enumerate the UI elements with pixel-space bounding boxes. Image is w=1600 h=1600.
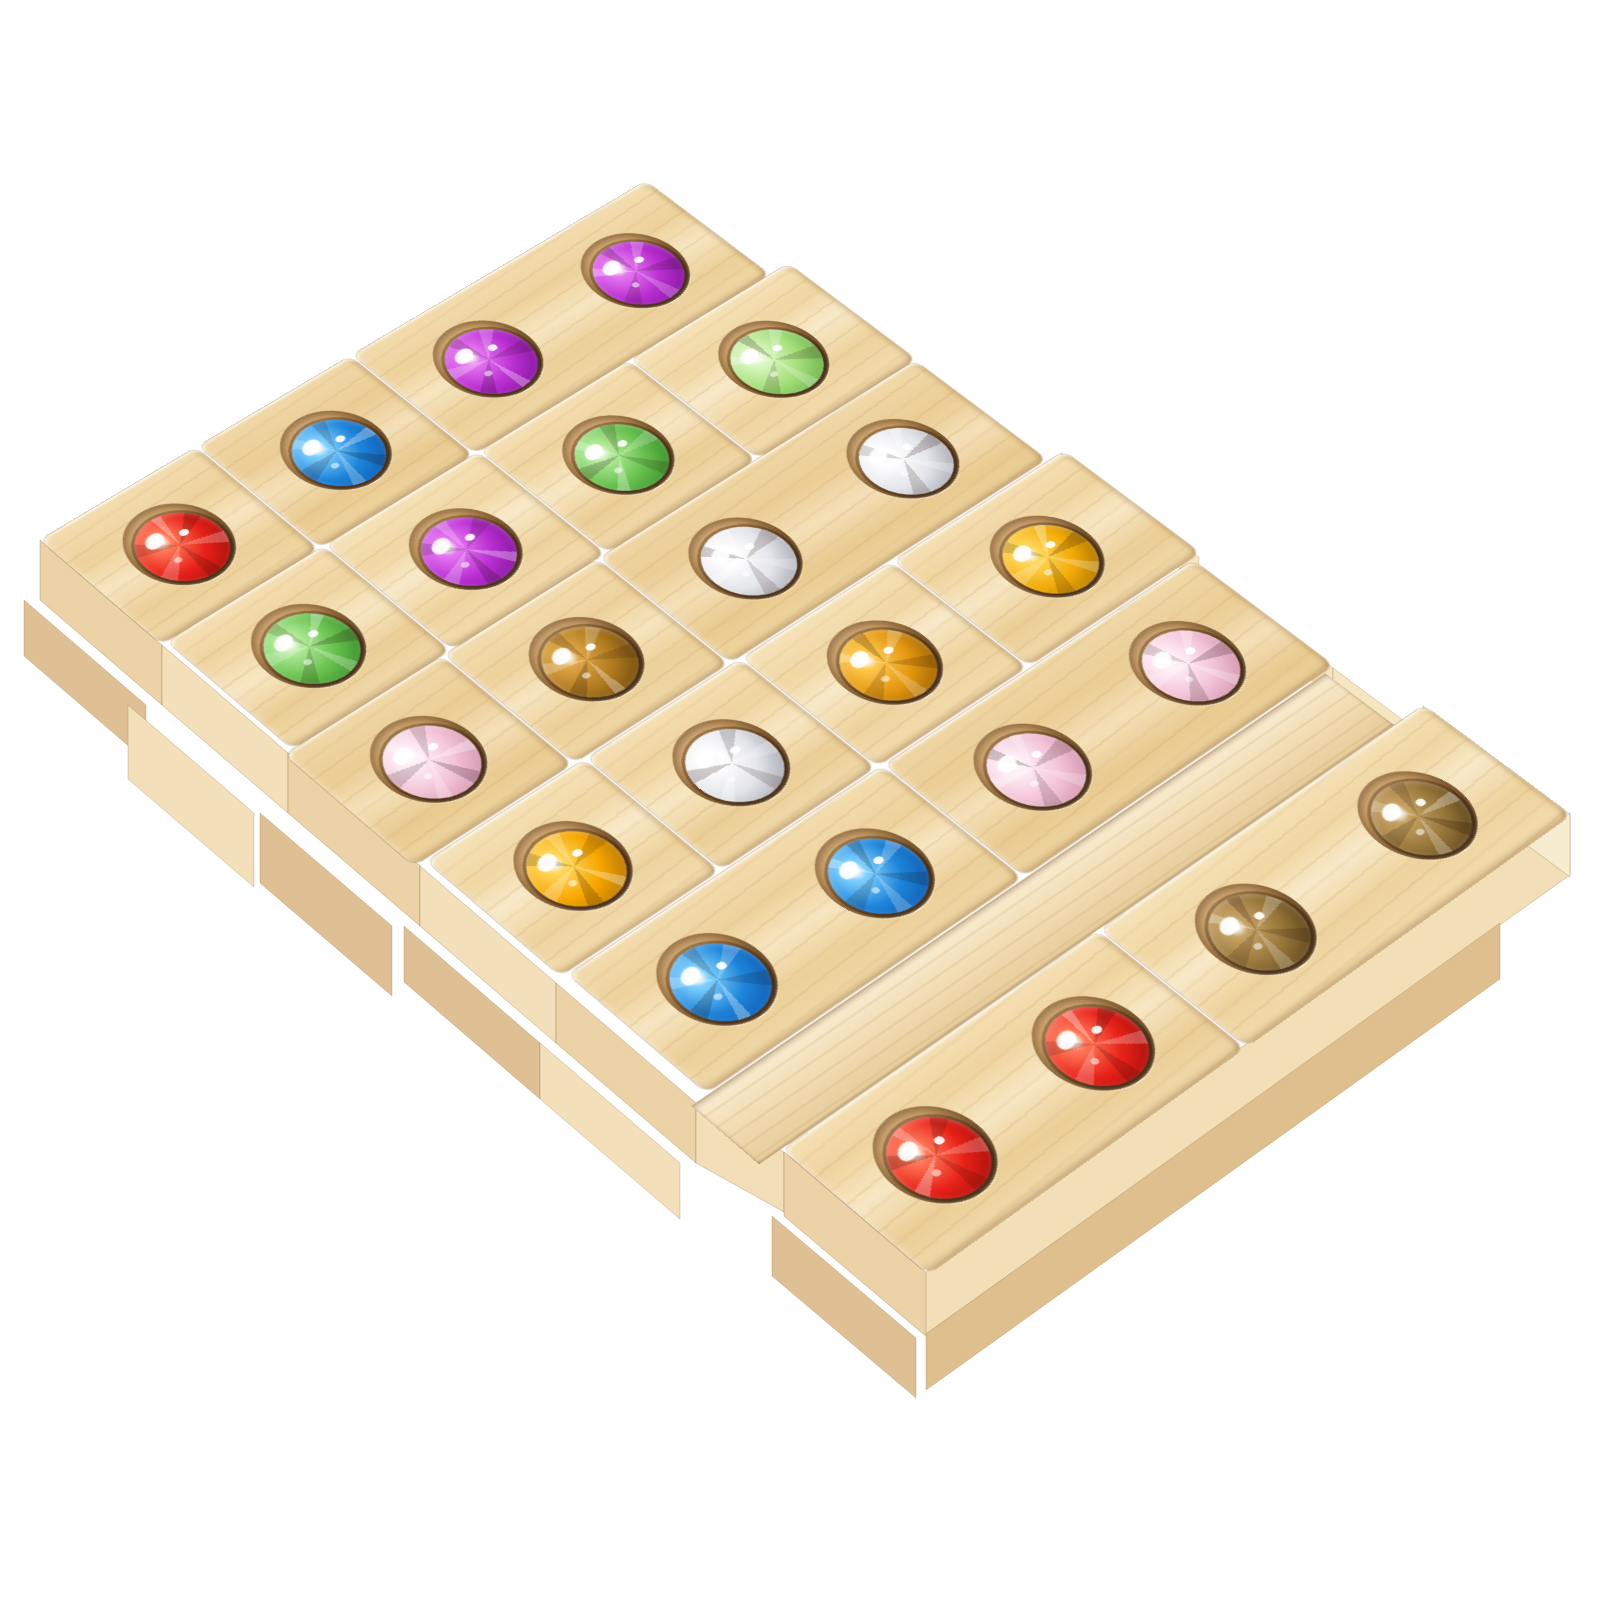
gem-hole xyxy=(227,588,390,706)
gem-facets xyxy=(115,499,250,596)
gem-purple xyxy=(426,316,558,407)
gem-facets xyxy=(681,513,817,610)
gem-pink xyxy=(966,719,1107,822)
gem-facets xyxy=(272,407,406,501)
gem-brown xyxy=(1187,879,1332,987)
gem-hole xyxy=(99,488,259,602)
gem-hole xyxy=(966,500,1128,615)
gem-hole xyxy=(345,699,511,821)
gem-facets xyxy=(1187,879,1332,987)
gem-facets xyxy=(711,317,843,408)
gem-hole xyxy=(632,915,804,1045)
gem-facets xyxy=(982,511,1119,608)
gem-facets xyxy=(574,229,704,318)
gem-hole xyxy=(410,305,566,413)
gem-clear xyxy=(681,513,817,610)
gem-light-green xyxy=(711,317,843,408)
gem-purple xyxy=(574,229,704,318)
gem-facets xyxy=(966,719,1107,822)
gem-facets xyxy=(819,616,958,716)
gem-facets xyxy=(555,411,689,505)
gem-facets xyxy=(362,711,502,814)
gem-hole xyxy=(665,501,826,616)
gem-green xyxy=(555,411,689,505)
gem-pink xyxy=(362,711,502,814)
gem-hole xyxy=(949,706,1116,828)
gem-facets xyxy=(521,613,659,713)
gem-hole xyxy=(847,1087,1023,1223)
gem-hole xyxy=(488,804,656,930)
gem-hole xyxy=(695,306,852,414)
gem-blue xyxy=(807,824,950,930)
gem-facets xyxy=(401,504,537,601)
gem-gold xyxy=(505,816,647,922)
gem-hole xyxy=(1170,866,1342,994)
gem-hole xyxy=(824,403,983,514)
gem-facets xyxy=(840,415,975,509)
gem-facets xyxy=(1024,991,1171,1103)
gem-brown xyxy=(1350,766,1493,871)
gem-hole xyxy=(1333,754,1502,878)
gem-hole xyxy=(385,492,546,607)
gem-dark-amber xyxy=(521,613,659,713)
gem-facets xyxy=(649,928,794,1038)
gem-facets xyxy=(243,600,380,700)
gem-facets xyxy=(664,715,805,818)
gem-clear xyxy=(664,715,805,818)
gem-purple xyxy=(401,504,537,601)
gem-facets xyxy=(807,824,950,930)
gem-hole xyxy=(558,218,712,323)
gem-red xyxy=(115,499,250,596)
gem-red xyxy=(865,1101,1014,1216)
gem-yellow xyxy=(982,511,1119,608)
gem-hole xyxy=(539,400,698,511)
gem-hole xyxy=(504,601,667,719)
gem-facets xyxy=(865,1101,1014,1216)
gem-hole xyxy=(790,811,959,937)
gem-hole xyxy=(1006,978,1180,1110)
gem-pink xyxy=(1122,616,1261,716)
gem-facets xyxy=(505,816,647,922)
gem-blue xyxy=(649,928,794,1038)
photo-background xyxy=(0,0,1600,1600)
gem-amber xyxy=(819,616,958,716)
gem-blue xyxy=(272,407,406,501)
gem-hole xyxy=(1105,604,1270,723)
gem-clear xyxy=(840,415,975,509)
gem-facets xyxy=(1122,616,1261,716)
gem-facets xyxy=(1350,766,1493,871)
gem-red xyxy=(1024,991,1171,1103)
gem-facets xyxy=(426,316,558,407)
gem-hole xyxy=(257,395,415,506)
gem-hole xyxy=(802,604,966,722)
gem-hole xyxy=(648,702,814,824)
gem-green xyxy=(243,600,380,700)
